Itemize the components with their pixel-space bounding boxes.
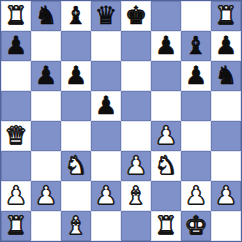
square-d2[interactable]: ♟ [91, 181, 121, 211]
square-e6[interactable] [121, 61, 151, 91]
square-d6[interactable] [91, 61, 121, 91]
square-f7[interactable]: ♟ [151, 31, 181, 61]
white-pawn[interactable]: ♟ [185, 183, 207, 208]
square-c3[interactable]: ♞ [61, 151, 91, 181]
square-h3[interactable] [211, 151, 241, 181]
black-knight[interactable]: ♞ [215, 63, 237, 88]
square-c6[interactable]: ♟ [61, 61, 91, 91]
square-a4[interactable]: ♛ [1, 121, 31, 151]
square-f6[interactable] [151, 61, 181, 91]
square-d3[interactable] [91, 151, 121, 181]
white-bishop[interactable]: ♝ [125, 183, 147, 208]
black-king[interactable]: ♚ [125, 3, 147, 28]
square-e4[interactable] [121, 121, 151, 151]
square-c4[interactable] [61, 121, 91, 151]
square-d1[interactable] [91, 211, 121, 241]
square-e5[interactable] [121, 91, 151, 121]
square-h8[interactable]: ♜ [211, 1, 241, 31]
square-d5[interactable]: ♟ [91, 91, 121, 121]
white-rook[interactable]: ♜ [155, 213, 177, 238]
square-d7[interactable] [91, 31, 121, 61]
white-pawn[interactable]: ♟ [215, 183, 237, 208]
square-h6[interactable]: ♞ [211, 61, 241, 91]
square-c5[interactable] [61, 91, 91, 121]
square-b2[interactable]: ♟ [31, 181, 61, 211]
square-d4[interactable] [91, 121, 121, 151]
square-g8[interactable] [181, 1, 211, 31]
square-c8[interactable]: ♝ [61, 1, 91, 31]
square-h1[interactable] [211, 211, 241, 241]
square-b5[interactable] [31, 91, 61, 121]
white-rook[interactable]: ♜ [5, 3, 27, 28]
square-g6[interactable]: ♟ [181, 61, 211, 91]
square-a1[interactable]: ♜ [1, 211, 31, 241]
square-g3[interactable] [181, 151, 211, 181]
black-bishop[interactable]: ♝ [65, 3, 87, 28]
square-b6[interactable]: ♟ [31, 61, 61, 91]
square-b8[interactable]: ♞ [31, 1, 61, 31]
black-pawn[interactable]: ♟ [35, 63, 57, 88]
square-d8[interactable]: ♛ [91, 1, 121, 31]
white-knight[interactable]: ♞ [65, 153, 87, 178]
square-b7[interactable] [31, 31, 61, 61]
square-f4[interactable]: ♟ [151, 121, 181, 151]
white-pawn[interactable]: ♟ [35, 183, 57, 208]
square-c7[interactable] [61, 31, 91, 61]
square-e3[interactable]: ♟ [121, 151, 151, 181]
square-g1[interactable]: ♚ [181, 211, 211, 241]
white-king[interactable]: ♚ [185, 213, 207, 238]
square-e2[interactable]: ♝ [121, 181, 151, 211]
black-pawn[interactable]: ♟ [65, 63, 87, 88]
square-a6[interactable] [1, 61, 31, 91]
board-container: ♜♞♝♛♚♜♟♟♝♟♟♟♟♞♟♛♟♞♟♞♟♟♟♝♟♟♜♝♜♚ [0, 0, 242, 242]
square-e1[interactable] [121, 211, 151, 241]
square-e7[interactable] [121, 31, 151, 61]
square-f1[interactable]: ♜ [151, 211, 181, 241]
black-knight[interactable]: ♞ [35, 3, 57, 28]
black-pawn[interactable]: ♟ [185, 63, 207, 88]
square-h5[interactable] [211, 91, 241, 121]
black-pawn[interactable]: ♟ [155, 33, 177, 58]
square-h2[interactable]: ♟ [211, 181, 241, 211]
white-pawn[interactable]: ♟ [5, 183, 27, 208]
square-e8[interactable]: ♚ [121, 1, 151, 31]
square-b4[interactable] [31, 121, 61, 151]
black-pawn[interactable]: ♟ [95, 93, 117, 118]
square-g2[interactable]: ♟ [181, 181, 211, 211]
black-queen[interactable]: ♛ [95, 3, 117, 28]
square-f8[interactable] [151, 1, 181, 31]
white-knight[interactable]: ♞ [155, 153, 177, 178]
square-c2[interactable] [61, 181, 91, 211]
square-a3[interactable] [1, 151, 31, 181]
square-h4[interactable] [211, 121, 241, 151]
square-a8[interactable]: ♜ [1, 1, 31, 31]
white-pawn[interactable]: ♟ [95, 183, 117, 208]
square-g7[interactable]: ♝ [181, 31, 211, 61]
square-g4[interactable] [181, 121, 211, 151]
square-f5[interactable] [151, 91, 181, 121]
white-pawn[interactable]: ♟ [125, 153, 147, 178]
square-a2[interactable]: ♟ [1, 181, 31, 211]
square-a7[interactable]: ♟ [1, 31, 31, 61]
chess-board: ♜♞♝♛♚♜♟♟♝♟♟♟♟♞♟♛♟♞♟♞♟♟♟♝♟♟♜♝♜♚ [0, 0, 242, 242]
black-pawn[interactable]: ♟ [5, 33, 27, 58]
black-bishop[interactable]: ♝ [185, 33, 207, 58]
square-b3[interactable] [31, 151, 61, 181]
square-f3[interactable]: ♞ [151, 151, 181, 181]
square-h7[interactable]: ♟ [211, 31, 241, 61]
square-c1[interactable]: ♝ [61, 211, 91, 241]
square-g5[interactable] [181, 91, 211, 121]
square-b1[interactable] [31, 211, 61, 241]
white-rook[interactable]: ♜ [5, 213, 27, 238]
white-bishop[interactable]: ♝ [65, 213, 87, 238]
white-queen[interactable]: ♛ [5, 123, 27, 148]
black-pawn[interactable]: ♟ [215, 33, 237, 58]
white-pawn[interactable]: ♟ [155, 123, 177, 148]
square-a5[interactable] [1, 91, 31, 121]
square-f2[interactable] [151, 181, 181, 211]
white-rook[interactable]: ♜ [215, 3, 237, 28]
